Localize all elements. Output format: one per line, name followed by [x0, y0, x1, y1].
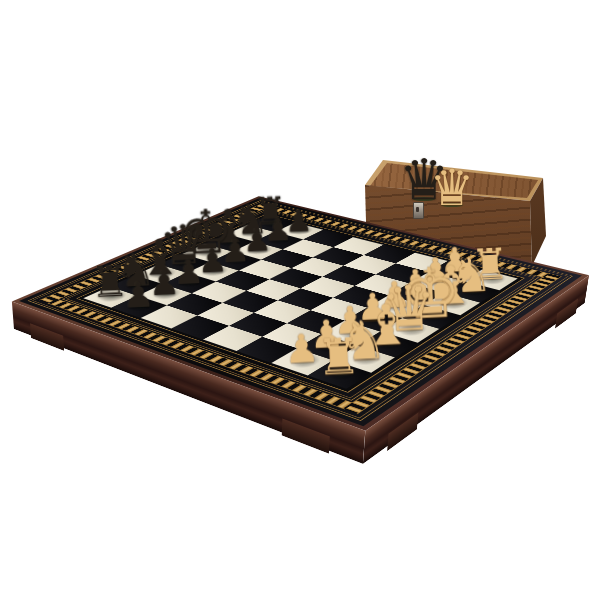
chess-board: ♜♞♝♛♚♝♞♜♟♟♟♟♟♟♟♟♟♟♟♟♟♟♟♟♜♞♝♛♚♝♞♜: [12, 196, 589, 431]
board-frame: ♜♞♝♛♚♝♞♜♟♟♟♟♟♟♟♟♟♟♟♟♟♟♟♟♜♞♝♛♚♝♞♜: [19, 198, 582, 426]
chess-set-photo: ♛ ♛: [0, 0, 600, 600]
square-a1[interactable]: ♜: [308, 360, 371, 389]
scene-perspective: ♜♞♝♛♚♝♞♜♟♟♟♟♟♟♟♟♟♟♟♟♟♟♟♟♜♞♝♛♚♝♞♜: [0, 0, 600, 600]
scene-roll: ♜♞♝♛♚♝♞♜♟♟♟♟♟♟♟♟♟♟♟♟♟♟♟♟♜♞♝♛♚♝♞♜: [0, 0, 600, 600]
